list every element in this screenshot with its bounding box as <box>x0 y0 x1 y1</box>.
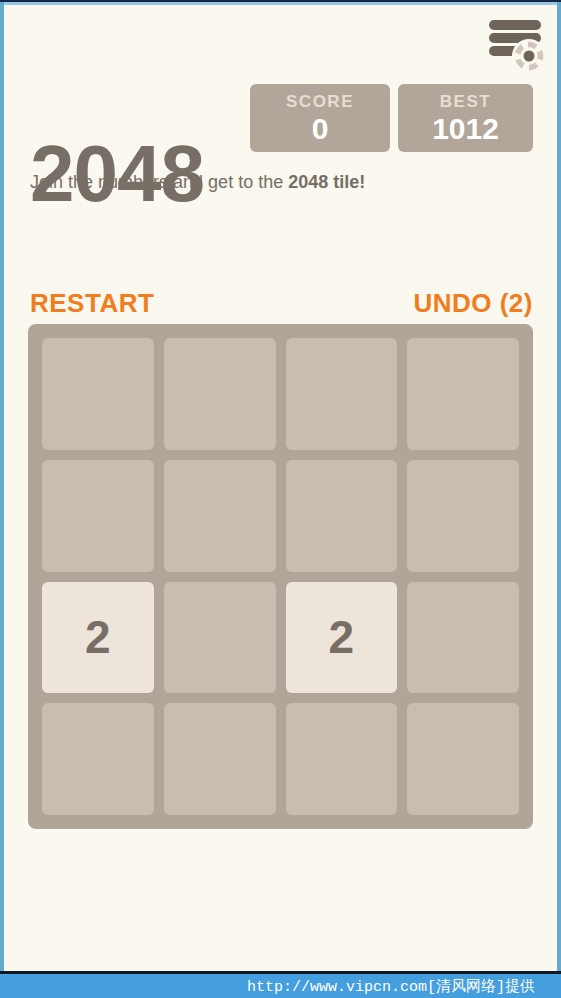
board-cell-r2c2: 2 <box>286 582 398 694</box>
board-cell-r2c3 <box>407 582 519 694</box>
frame-border-right <box>557 2 561 974</box>
attribution-bar: http://www.vipcn.com[清风网络]提供 <box>0 974 561 998</box>
board-cell-r0c1 <box>164 338 276 450</box>
board-cell-r3c2 <box>286 703 398 815</box>
board-cell-r1c2 <box>286 460 398 572</box>
menu-button[interactable] <box>489 20 541 78</box>
board-cell-r0c0 <box>42 338 154 450</box>
frame-border-left <box>0 2 4 974</box>
game-board[interactable]: 22 <box>28 324 533 829</box>
best-label: BEST <box>440 92 491 112</box>
board-cell-r3c0 <box>42 703 154 815</box>
attribution-url: http://www.vipcn.com[清风网络]提供 <box>247 977 535 996</box>
best-value: 1012 <box>432 112 499 147</box>
frame-border-top-inner <box>0 2 561 5</box>
board-cell-r1c3 <box>407 460 519 572</box>
game-subtitle: Join the numbers and get to the 2048 til… <box>30 171 365 194</box>
board-cell-r3c3 <box>407 703 519 815</box>
board-cell-r0c3 <box>407 338 519 450</box>
board-cell-r1c1 <box>164 460 276 572</box>
undo-button[interactable]: UNDO (2) <box>413 288 533 319</box>
tile-2: 2 <box>42 582 154 694</box>
score-label: SCORE <box>286 92 354 112</box>
tile-2: 2 <box>286 582 398 694</box>
score-box: SCORE 0 <box>250 84 390 152</box>
best-box: BEST 1012 <box>398 84 533 152</box>
board-cell-r2c0: 2 <box>42 582 154 694</box>
board-cell-r1c0 <box>42 460 154 572</box>
board-cell-r3c1 <box>164 703 276 815</box>
app-window: 2048 SCORE 0 BEST 1012 Join the numbers … <box>0 0 561 998</box>
board-cell-r0c2 <box>286 338 398 450</box>
menu-icon <box>489 20 541 30</box>
gear-icon <box>510 37 548 75</box>
score-value: 0 <box>312 112 329 147</box>
restart-button[interactable]: RESTART <box>30 288 154 319</box>
board-cell-r2c1 <box>164 582 276 694</box>
